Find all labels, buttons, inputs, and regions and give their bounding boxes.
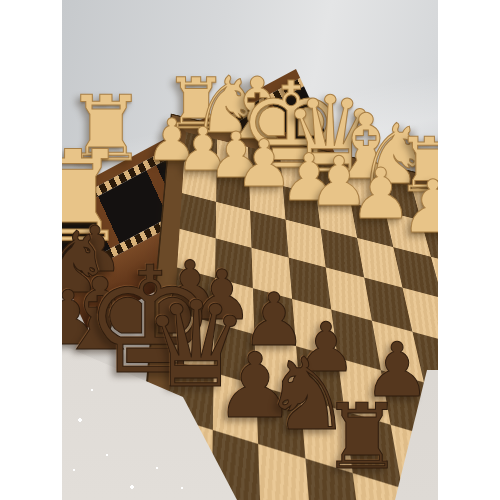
dark-rook-piece: ♜	[322, 392, 403, 482]
chess-set-photo: ♜♞♝♚♛♝♞♜♟♟♟♟♟♟♟♟♜♜♟♞♟♟♟♝♟♚♟♛♟♟♞♜	[62, 0, 438, 500]
photo-canvas: ♜♞♝♚♛♝♞♜♟♟♟♟♟♟♟♟♜♜♟♞♟♟♟♝♟♚♟♛♟♟♞♜	[0, 0, 500, 500]
pieces-layer: ♜♞♝♚♛♝♞♜♟♟♟♟♟♟♟♟♜♜♟♞♟♟♟♝♟♚♟♛♟♟♞♜	[62, 0, 438, 500]
light-pawn-piece: ♟	[400, 170, 438, 243]
